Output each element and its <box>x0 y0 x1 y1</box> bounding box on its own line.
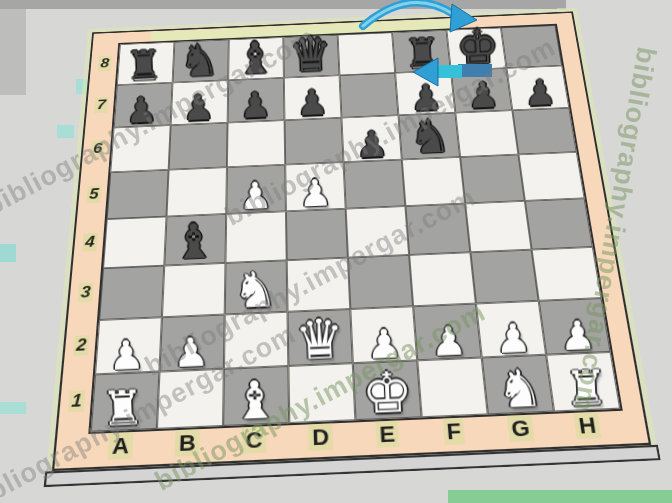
square-f4 <box>405 203 470 254</box>
square-d6 <box>285 118 344 165</box>
square-e5 <box>344 160 406 209</box>
square-a1: ♜ <box>91 372 160 432</box>
square-h5 <box>518 152 584 201</box>
illustration-canvas: 87654321 ♜♞♝♛♜♚♟♟♟♟♟♟♟♟♞♟♟♝♞♟♟♛♟♟♟♟♜♝♚♞♜… <box>0 0 672 503</box>
square-e3 <box>348 255 413 309</box>
square-c8: ♝ <box>228 37 284 80</box>
square-c5: ♟ <box>226 165 286 214</box>
square-g2: ♟ <box>476 301 546 358</box>
rank-label-6: 6 <box>83 126 112 172</box>
square-c1: ♝ <box>223 366 289 426</box>
square-e6: ♟ <box>341 115 401 162</box>
square-a5 <box>107 170 169 219</box>
square-b1 <box>157 369 224 429</box>
square-f3 <box>409 252 476 306</box>
black-pawn-g7: ♟ <box>467 78 500 113</box>
teal-artifact-2 <box>57 125 74 138</box>
file-label-c: C <box>220 421 287 459</box>
black-knight-f6: ♞ <box>409 115 452 160</box>
black-rook-f8: ♜ <box>404 34 441 73</box>
square-b7: ♟ <box>171 80 229 125</box>
white-pawn-a2: ♟ <box>108 335 145 374</box>
square-b2: ♟ <box>159 315 224 372</box>
file-label-f: F <box>419 412 489 450</box>
square-a6 <box>110 125 170 172</box>
black-bishop-b4: ♝ <box>171 219 216 266</box>
square-b6 <box>169 123 228 170</box>
square-f5 <box>402 157 465 206</box>
rank-label-1: 1 <box>60 372 93 431</box>
black-bishop-c8: ♝ <box>235 37 276 80</box>
square-g1: ♞ <box>482 355 554 415</box>
green-strip-bottom <box>448 490 672 503</box>
square-a4 <box>103 217 166 269</box>
square-h8 <box>501 25 562 68</box>
square-g7: ♟ <box>451 68 512 113</box>
rank-label-7: 7 <box>87 84 115 128</box>
top-edge-artifact <box>0 0 566 9</box>
rank-label-4: 4 <box>75 217 105 267</box>
square-h2: ♟ <box>539 298 611 355</box>
square-e7 <box>340 73 399 118</box>
rank-label-8: 8 <box>91 43 118 85</box>
file-label-d: D <box>287 418 355 456</box>
square-f2: ♟ <box>413 304 482 361</box>
black-queen-d8: ♛ <box>289 31 333 78</box>
square-d5: ♟ <box>285 162 345 211</box>
white-pawn-h2: ♟ <box>559 316 596 355</box>
square-g4 <box>465 201 531 252</box>
square-h7: ♟ <box>506 66 569 111</box>
square-f8: ♜ <box>392 30 451 73</box>
white-pawn-e2: ♟ <box>366 324 403 363</box>
black-pawn-f7: ♟ <box>410 81 443 116</box>
square-b5 <box>166 167 226 216</box>
black-king-g8: ♚ <box>456 24 500 71</box>
square-d1 <box>288 363 355 423</box>
white-rook-h1: ♜ <box>564 365 609 412</box>
square-c7: ♟ <box>228 78 285 123</box>
rank-label-3: 3 <box>70 267 101 320</box>
square-d4 <box>286 209 348 261</box>
white-queen-d2: ♛ <box>294 312 345 366</box>
square-f6: ♞ <box>398 113 460 160</box>
rank-label-5: 5 <box>79 171 108 219</box>
board-grid: ♜♞♝♛♜♚♟♟♟♟♟♟♟♟♞♟♟♝♞♟♟♛♟♟♟♟♜♝♚♞♜ <box>88 24 622 434</box>
square-d8: ♛ <box>283 35 339 78</box>
black-pawn-a7: ♟ <box>125 93 158 128</box>
black-pawn-e6: ♟ <box>355 127 389 163</box>
white-pawn-c5: ♟ <box>238 178 273 214</box>
black-pawn-c7: ♟ <box>239 88 272 123</box>
teal-artifact-3 <box>0 244 16 262</box>
square-b8: ♞ <box>173 40 229 83</box>
file-label-h: H <box>552 407 624 445</box>
black-pawn-h7: ♟ <box>524 76 557 111</box>
square-c4 <box>225 211 286 263</box>
white-king-e1: ♚ <box>361 365 414 421</box>
square-b4: ♝ <box>164 214 226 266</box>
square-d2: ♛ <box>288 309 353 366</box>
board-frame: 87654321 ♜♞♝♛♜♚♟♟♟♟♟♟♟♟♞♟♟♝♞♟♟♛♟♟♟♟♜♝♚♞♜… <box>52 11 651 471</box>
white-rook-a1: ♜ <box>100 385 145 432</box>
square-h4 <box>525 198 593 249</box>
square-a8: ♜ <box>117 42 174 85</box>
white-pawn-g2: ♟ <box>495 319 532 358</box>
file-label-g: G <box>485 409 556 447</box>
white-knight-g1: ♞ <box>496 364 545 415</box>
white-pawn-f2: ♟ <box>430 321 467 360</box>
square-f7: ♟ <box>395 70 455 115</box>
square-g5 <box>460 154 525 203</box>
black-pawn-b7: ♟ <box>182 91 215 126</box>
square-e8 <box>338 32 396 75</box>
square-h1: ♜ <box>546 352 620 412</box>
white-pawn-d5: ♟ <box>298 175 333 211</box>
square-e1: ♚ <box>353 360 422 420</box>
square-d7: ♟ <box>284 75 342 120</box>
square-h3 <box>532 247 602 301</box>
square-c3: ♞ <box>225 260 288 314</box>
square-h6 <box>512 108 576 155</box>
white-bishop-c1: ♝ <box>231 375 280 426</box>
square-g6 <box>455 110 518 157</box>
white-pawn-b2: ♟ <box>172 333 209 372</box>
square-d3 <box>287 258 351 312</box>
square-g3 <box>470 250 538 304</box>
teal-artifact-4 <box>0 402 26 414</box>
square-c2 <box>224 312 288 369</box>
square-e2: ♟ <box>350 306 417 363</box>
black-pawn-d7: ♟ <box>296 86 329 121</box>
square-f1 <box>417 358 488 418</box>
white-knight-c3: ♞ <box>232 266 278 315</box>
square-e4 <box>346 206 409 258</box>
black-knight-b8: ♞ <box>179 40 220 83</box>
square-a7: ♟ <box>114 83 173 128</box>
square-c6 <box>227 120 285 167</box>
top-left-artifact <box>0 9 26 95</box>
square-a2: ♟ <box>95 317 162 374</box>
square-a3 <box>99 266 164 320</box>
square-b3 <box>162 263 226 317</box>
black-rook-a8: ♜ <box>125 46 162 85</box>
square-g8: ♚ <box>446 28 506 71</box>
rank-label-2: 2 <box>65 318 97 374</box>
chessboard: 87654321 ♜♞♝♛♜♚♟♟♟♟♟♟♟♟♞♟♟♝♞♟♟♛♟♟♟♟♜♝♚♞♜… <box>52 11 651 471</box>
